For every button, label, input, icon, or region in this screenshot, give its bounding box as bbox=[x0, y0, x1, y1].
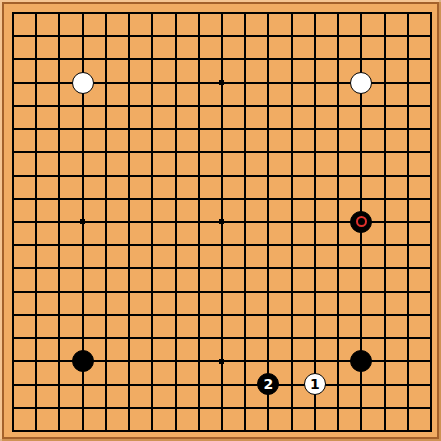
hoshi-point bbox=[210, 350, 233, 373]
white-stone-d16 bbox=[72, 72, 94, 94]
white-stone-q16 bbox=[350, 72, 372, 94]
board-intersection-q4 bbox=[350, 350, 373, 373]
black-stone-q10 bbox=[350, 211, 372, 233]
hoshi-square bbox=[219, 219, 224, 224]
board-intersection-o3: 1 bbox=[303, 373, 326, 396]
move-number-label: 1 bbox=[310, 377, 320, 391]
board-intersection-q16 bbox=[350, 71, 373, 94]
black-stone-q4 bbox=[350, 350, 372, 372]
hoshi-point bbox=[71, 210, 94, 233]
hoshi-square bbox=[80, 219, 85, 224]
board-points: 21 bbox=[1, 1, 441, 441]
white-stone-o3: 1 bbox=[304, 373, 326, 395]
hoshi-point bbox=[210, 210, 233, 233]
hoshi-point bbox=[210, 71, 233, 94]
board-intersection-d4 bbox=[71, 350, 94, 373]
black-stone-d4 bbox=[72, 350, 94, 372]
hoshi-square bbox=[219, 80, 224, 85]
circle-mark-icon bbox=[356, 216, 367, 227]
go-board: 21 bbox=[0, 0, 441, 441]
board-intersection-d16 bbox=[71, 71, 94, 94]
black-stone-m3: 2 bbox=[257, 373, 279, 395]
move-number-label: 2 bbox=[264, 377, 274, 391]
board-intersection-m3: 2 bbox=[257, 373, 280, 396]
hoshi-square bbox=[219, 359, 224, 364]
board-intersection-q10 bbox=[350, 210, 373, 233]
